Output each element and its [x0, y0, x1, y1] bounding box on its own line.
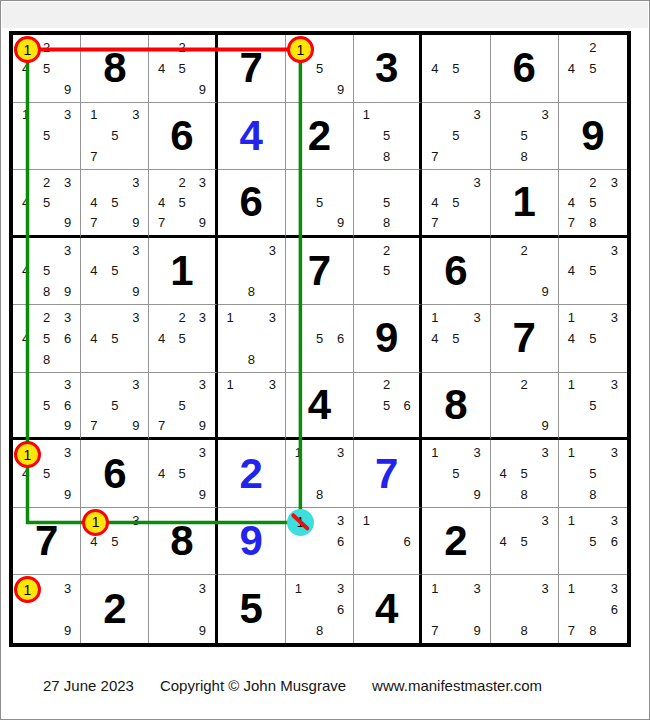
candidate-digit: 4	[493, 463, 514, 484]
given-digit: 7	[240, 47, 263, 89]
candidate-digit	[514, 510, 535, 531]
candidate-digit	[561, 415, 582, 435]
candidate-digit: 3	[604, 442, 625, 463]
cell-r6c3[interactable]: 3579	[149, 373, 217, 441]
candidate-digit	[582, 577, 603, 598]
candidate-digit	[57, 58, 78, 79]
candidate-digit: 3	[262, 307, 283, 328]
candidate-grid: 29	[493, 375, 556, 436]
cell-r3c6[interactable]: 58	[354, 170, 422, 238]
candidate-digit: 8	[582, 484, 603, 505]
candidate-digit	[561, 79, 582, 100]
candidate-digit: 3	[535, 442, 556, 463]
candidate-digit	[241, 240, 262, 261]
solved-digit: 9	[240, 520, 263, 562]
candidate-digit: 5	[514, 463, 535, 484]
candidate-digit	[288, 79, 309, 100]
candidate-digit	[309, 577, 330, 598]
cell-r5c5[interactable]: 56	[286, 305, 354, 373]
candidate-digit	[125, 349, 146, 370]
cell-r1c4[interactable]: 7	[218, 35, 286, 103]
cell-r2c4[interactable]: 4	[218, 103, 286, 171]
candidate-digit: 5	[582, 463, 603, 484]
candidate-digit	[397, 172, 417, 192]
candidate-digit: 8	[582, 620, 603, 641]
given-digit: 8	[103, 47, 126, 89]
candidate-digit	[15, 79, 36, 100]
candidate-digit	[356, 415, 376, 435]
candidate-digit: 4	[83, 192, 104, 212]
cell-r1c8[interactable]: 6	[491, 35, 559, 103]
candidate-digit	[582, 510, 603, 531]
candidate-digit	[535, 375, 556, 395]
cell-r6c6[interactable]: 256	[354, 373, 422, 441]
candidate-digit	[172, 484, 192, 505]
candidate-digit: 9	[466, 620, 487, 641]
cell-r2c3[interactable]: 6	[149, 103, 217, 171]
cell-r9c7[interactable]: 1379	[422, 575, 490, 643]
candidate-digit	[104, 105, 125, 126]
candidate-digit	[604, 261, 625, 282]
cell-r9c8[interactable]: 38	[491, 575, 559, 643]
cell-r8c3[interactable]: 8	[149, 508, 217, 576]
candidate-digit	[104, 307, 125, 328]
candidate-digit	[36, 415, 57, 435]
candidate-grid: 138	[288, 442, 351, 505]
sudoku-screenshot: 1245982459715934562451351357642158357358…	[0, 0, 650, 720]
cell-r3c4[interactable]: 6	[218, 170, 286, 238]
candidate-digit: 5	[172, 395, 192, 415]
candidate-digit: 8	[309, 620, 330, 641]
candidate-digit	[309, 212, 330, 232]
candidate-digit	[397, 552, 417, 573]
cell-r3c8[interactable]: 1	[491, 170, 559, 238]
candidate-digit	[288, 307, 309, 328]
candidate-digit: 3	[125, 375, 146, 395]
candidate-digit	[192, 37, 212, 58]
candidate-digit	[309, 463, 330, 484]
cell-r5c1[interactable]: 234568	[13, 305, 81, 373]
cell-r8c1[interactable]: 7	[13, 508, 81, 576]
candidate-digit	[15, 415, 36, 435]
candidate-digit	[604, 37, 625, 58]
footer-website[interactable]: www.manifestmaster.com	[372, 677, 542, 694]
candidate-digit	[15, 307, 36, 328]
given-digit: 6	[512, 47, 535, 89]
candidate-digit: 8	[377, 212, 397, 232]
candidate-digit	[83, 281, 104, 302]
cell-r6c5[interactable]: 4	[286, 373, 354, 441]
candidate-digit: 5	[445, 58, 466, 79]
candidate-digit: 4	[424, 58, 445, 79]
candidate-digit	[192, 599, 212, 620]
candidate-digit	[466, 212, 487, 232]
solved-digit: 4	[240, 115, 263, 157]
candidate-digit	[104, 552, 125, 573]
candidate-digit: 9	[330, 212, 351, 232]
candidate-digit	[582, 599, 603, 620]
cell-r2c7[interactable]: 357	[422, 103, 490, 171]
candidate-digit: 4	[151, 328, 171, 349]
candidate-digit	[241, 395, 262, 415]
cell-r7c9[interactable]: 1358	[559, 440, 627, 508]
cell-r2c9[interactable]: 9	[559, 103, 627, 171]
given-digit: 6	[444, 250, 467, 292]
candidate-digit	[288, 463, 309, 484]
candidate-digit: 9	[57, 484, 78, 505]
candidate-digit	[466, 192, 487, 212]
cell-r5c3[interactable]: 2345	[149, 305, 217, 373]
candidate-digit	[445, 172, 466, 192]
candidate-digit	[220, 261, 241, 282]
candidate-digit: 5	[445, 125, 466, 146]
cell-r8c8[interactable]: 345	[491, 508, 559, 576]
candidate-digit: 6	[57, 328, 78, 349]
cell-r7c7[interactable]: 1359	[422, 440, 490, 508]
candidate-digit: 3	[262, 375, 283, 395]
candidate-digit	[535, 552, 556, 573]
cell-r7c3[interactable]: 3459	[149, 440, 217, 508]
candidate-digit: 3	[57, 240, 78, 261]
candidate-digit: 6	[330, 328, 351, 349]
candidate-digit	[330, 349, 351, 370]
candidate-digit: 4	[424, 192, 445, 212]
candidate-digit: 5	[377, 192, 397, 212]
candidate-digit	[172, 620, 192, 641]
candidate-digit	[356, 281, 376, 302]
candidate-digit: 5	[104, 125, 125, 146]
candidate-digit	[288, 599, 309, 620]
candidate-digit	[172, 442, 192, 463]
candidate-digit: 3	[535, 510, 556, 531]
candidate-digit: 7	[561, 212, 582, 232]
candidate-digit	[309, 307, 330, 328]
cell-r8c4[interactable]: 9	[218, 508, 286, 576]
candidate-digit: 8	[36, 349, 57, 370]
candidate-digit	[377, 415, 397, 435]
cell-r4c9[interactable]: 345	[559, 238, 627, 306]
candidate-digit: 5	[309, 328, 330, 349]
cell-r9c4[interactable]: 5	[218, 575, 286, 643]
candidate-digit	[604, 395, 625, 415]
given-digit: 7	[35, 520, 58, 562]
cell-r2c2[interactable]: 1357	[81, 103, 149, 171]
candidate-digit: 9	[330, 79, 351, 100]
candidate-grid: 3458	[493, 442, 556, 505]
candidate-digit: 2	[582, 172, 603, 192]
cell-r5c8[interactable]: 7	[491, 305, 559, 373]
candidate-grid: 3459	[151, 442, 212, 505]
candidate-digit	[15, 146, 36, 167]
cell-r1c9[interactable]: 245	[559, 35, 627, 103]
candidate-digit: 3	[125, 240, 146, 261]
candidate-digit: 6	[330, 531, 351, 552]
given-digit: 7	[308, 250, 331, 292]
candidate-digit	[309, 79, 330, 100]
candidate-digit: 3	[535, 105, 556, 126]
candidate-digit	[466, 328, 487, 349]
candidate-digit	[535, 395, 556, 415]
cell-r7c5[interactable]: 138	[286, 440, 354, 508]
cell-r4c7[interactable]: 6	[422, 238, 490, 306]
cell-r6c4[interactable]: 13	[218, 373, 286, 441]
candidate-digit	[397, 105, 417, 126]
candidate-digit: 5	[309, 58, 330, 79]
candidate-digit: 2	[36, 307, 57, 328]
given-digit: 8	[170, 520, 193, 562]
candidate-grid: 138	[220, 307, 283, 370]
candidate-digit: 5	[104, 328, 125, 349]
candidate-digit: 1	[356, 510, 376, 531]
candidate-digit: 7	[424, 620, 445, 641]
candidate-digit	[356, 192, 376, 212]
candidate-digit: 9	[125, 415, 146, 435]
cell-r2c1[interactable]: 135	[13, 103, 81, 171]
candidate-digit: 3	[535, 577, 556, 598]
candidate-grid: 135	[15, 105, 78, 168]
candidate-digit	[582, 307, 603, 328]
eliminated-candidate-circle-r8c5: 1	[287, 509, 314, 536]
cell-r3c9[interactable]: 234578	[559, 170, 627, 238]
candidate-digit: 5	[172, 58, 192, 79]
candidate-digit: 7	[83, 415, 104, 435]
candidate-digit	[377, 172, 397, 192]
candidate-digit	[83, 375, 104, 395]
candidate-digit: 2	[172, 307, 192, 328]
candidate-digit: 1	[561, 442, 582, 463]
candidate-grid: 29	[493, 240, 556, 303]
top-bar	[2, 2, 648, 28]
candidate-digit	[514, 577, 535, 598]
cell-r7c8[interactable]: 3458	[491, 440, 559, 508]
candidate-digit	[445, 146, 466, 167]
candidate-grid: 38	[493, 577, 556, 641]
candidate-digit	[288, 328, 309, 349]
given-digit: 3	[375, 47, 398, 89]
candidate-grid: 345	[561, 240, 625, 303]
cell-r2c6[interactable]: 158	[354, 103, 422, 171]
candidate-digit	[83, 240, 104, 261]
cell-r8c9[interactable]: 1356	[559, 508, 627, 576]
cell-r7c6[interactable]: 7	[354, 440, 422, 508]
candidate-digit: 5	[36, 192, 57, 212]
footer: 27 June 2023Copyright © John Musgravewww…	[43, 677, 568, 694]
given-digit: 5	[240, 588, 263, 630]
candidate-digit: 5	[582, 328, 603, 349]
candidate-digit: 5	[377, 125, 397, 146]
candidate-digit	[172, 79, 192, 100]
cell-r4c4[interactable]: 38	[218, 238, 286, 306]
given-digit: 6	[103, 453, 126, 495]
candidate-digit	[36, 240, 57, 261]
candidate-digit	[104, 375, 125, 395]
candidate-digit	[125, 328, 146, 349]
candidate-digit	[514, 415, 535, 435]
cell-r1c7[interactable]: 45	[422, 35, 490, 103]
candidate-digit: 3	[57, 375, 78, 395]
candidate-digit: 8	[514, 484, 535, 505]
candidate-digit: 9	[57, 281, 78, 302]
candidate-digit	[493, 395, 514, 415]
candidate-digit	[151, 577, 171, 598]
cell-r7c4[interactable]: 2	[218, 440, 286, 508]
cell-r3c1[interactable]: 23459	[13, 170, 81, 238]
cell-r9c6[interactable]: 4	[354, 575, 422, 643]
candidate-grid: 2459	[151, 37, 212, 100]
candidate-grid: 34589	[15, 240, 78, 303]
candidate-digit	[377, 510, 397, 531]
candidate-digit: 3	[330, 577, 351, 598]
candidate-digit	[561, 281, 582, 302]
cell-r2c5[interactable]: 2	[286, 103, 354, 171]
cell-r6c7[interactable]: 8	[422, 373, 490, 441]
candidate-digit	[561, 240, 582, 261]
given-digit: 2	[444, 520, 467, 562]
candidate-digit	[604, 212, 625, 232]
cell-r5c4[interactable]: 138	[218, 305, 286, 373]
candidate-digit: 7	[424, 146, 445, 167]
cell-r1c3[interactable]: 2459	[149, 35, 217, 103]
candidate-digit: 1	[356, 105, 376, 126]
candidate-digit: 3	[330, 510, 351, 531]
candidate-digit: 1	[424, 577, 445, 598]
cell-r3c7[interactable]: 3457	[422, 170, 490, 238]
cell-r9c2[interactable]: 2	[81, 575, 149, 643]
cell-r5c7[interactable]: 1345	[422, 305, 490, 373]
candidate-digit	[604, 192, 625, 212]
candidate-digit: 3	[604, 577, 625, 598]
cell-r4c3[interactable]: 1	[149, 238, 217, 306]
candidate-digit	[377, 105, 397, 126]
candidate-digit: 5	[36, 395, 57, 415]
candidate-digit	[445, 37, 466, 58]
candidate-digit: 4	[561, 192, 582, 212]
candidate-digit	[57, 261, 78, 282]
cell-r5c9[interactable]: 1345	[559, 305, 627, 373]
candidate-digit: 3	[57, 105, 78, 126]
candidate-digit	[36, 212, 57, 232]
cell-r4c8[interactable]: 29	[491, 238, 559, 306]
candidate-digit	[424, 463, 445, 484]
candidate-digit	[241, 328, 262, 349]
candidate-digit: 1	[561, 375, 582, 395]
candidate-grid: 1358	[561, 442, 625, 505]
candidate-digit	[424, 125, 445, 146]
cell-r6c2[interactable]: 3579	[81, 373, 149, 441]
cell-r3c3[interactable]: 234579	[149, 170, 217, 238]
candidate-digit	[535, 125, 556, 146]
candidate-digit	[604, 463, 625, 484]
candidate-digit	[582, 375, 603, 395]
candidate-digit: 3	[57, 577, 78, 598]
candidate-digit	[561, 599, 582, 620]
candidate-grid: 2345	[151, 307, 212, 370]
cell-r5c6[interactable]: 9	[354, 305, 422, 373]
cell-r4c6[interactable]: 25	[354, 238, 422, 306]
candidate-digit	[397, 261, 417, 282]
cell-r2c8[interactable]: 358	[491, 103, 559, 171]
cell-r5c2[interactable]: 345	[81, 305, 149, 373]
candidate-digit: 5	[104, 192, 125, 212]
candidate-digit: 1	[220, 375, 241, 395]
candidate-digit: 7	[151, 415, 171, 435]
candidate-digit	[330, 620, 351, 641]
candidate-digit: 5	[377, 261, 397, 282]
candidate-digit: 3	[466, 442, 487, 463]
candidate-digit: 1	[424, 307, 445, 328]
cell-r4c5[interactable]: 7	[286, 238, 354, 306]
cell-r8c7[interactable]: 2	[422, 508, 490, 576]
cell-r1c6[interactable]: 3	[354, 35, 422, 103]
candidate-digit: 1	[83, 105, 104, 126]
cell-r6c8[interactable]: 29	[491, 373, 559, 441]
candidate-digit	[493, 146, 514, 167]
cell-r9c5[interactable]: 1368	[286, 575, 354, 643]
candidate-digit	[604, 79, 625, 100]
candidate-digit	[151, 484, 171, 505]
candidate-digit: 5	[514, 531, 535, 552]
candidate-digit: 5	[514, 125, 535, 146]
candidate-digit	[356, 125, 376, 146]
candidate-grid: 234578	[561, 172, 625, 233]
cell-r7c2[interactable]: 6	[81, 440, 149, 508]
candidate-digit: 2	[377, 240, 397, 261]
candidate-digit	[535, 146, 556, 167]
candidate-digit	[356, 240, 376, 261]
given-digit: 4	[308, 384, 331, 426]
cell-r3c5[interactable]: 59	[286, 170, 354, 238]
cell-r6c1[interactable]: 3569	[13, 373, 81, 441]
candidate-digit	[309, 172, 330, 192]
candidate-digit	[466, 599, 487, 620]
cell-r8c6[interactable]: 16	[354, 508, 422, 576]
candidate-digit: 9	[192, 620, 212, 641]
candidate-grid: 38	[220, 240, 283, 303]
cell-r4c2[interactable]: 3459	[81, 238, 149, 306]
candidate-digit	[330, 172, 351, 192]
cell-r4c1[interactable]: 34589	[13, 238, 81, 306]
candidate-digit	[424, 484, 445, 505]
candidate-grid: 234568	[15, 307, 78, 370]
candidate-digit: 4	[151, 58, 171, 79]
candidate-digit	[493, 415, 514, 435]
cell-r9c9[interactable]: 13678	[559, 575, 627, 643]
chain-candidate-circle-r1c5: 1	[287, 36, 314, 63]
candidate-digit: 3	[125, 510, 146, 531]
candidate-digit	[262, 281, 283, 302]
candidate-digit: 4	[424, 328, 445, 349]
candidate-digit	[561, 552, 582, 573]
candidate-digit	[561, 395, 582, 415]
candidate-digit: 5	[582, 261, 603, 282]
candidate-digit	[445, 442, 466, 463]
cell-r9c3[interactable]: 39	[149, 575, 217, 643]
candidate-digit	[220, 328, 241, 349]
candidate-digit	[561, 463, 582, 484]
candidate-digit: 9	[57, 620, 78, 641]
candidate-digit: 5	[445, 192, 466, 212]
candidate-digit	[309, 599, 330, 620]
candidate-digit: 3	[192, 375, 212, 395]
candidate-digit	[151, 79, 171, 100]
cell-r6c9[interactable]: 135	[559, 373, 627, 441]
cell-r1c2[interactable]: 8	[81, 35, 149, 103]
candidate-digit	[125, 192, 146, 212]
cell-r3c2[interactable]: 34579	[81, 170, 149, 238]
candidate-digit	[104, 415, 125, 435]
solved-digit: 2	[240, 453, 263, 495]
candidate-digit: 9	[535, 415, 556, 435]
